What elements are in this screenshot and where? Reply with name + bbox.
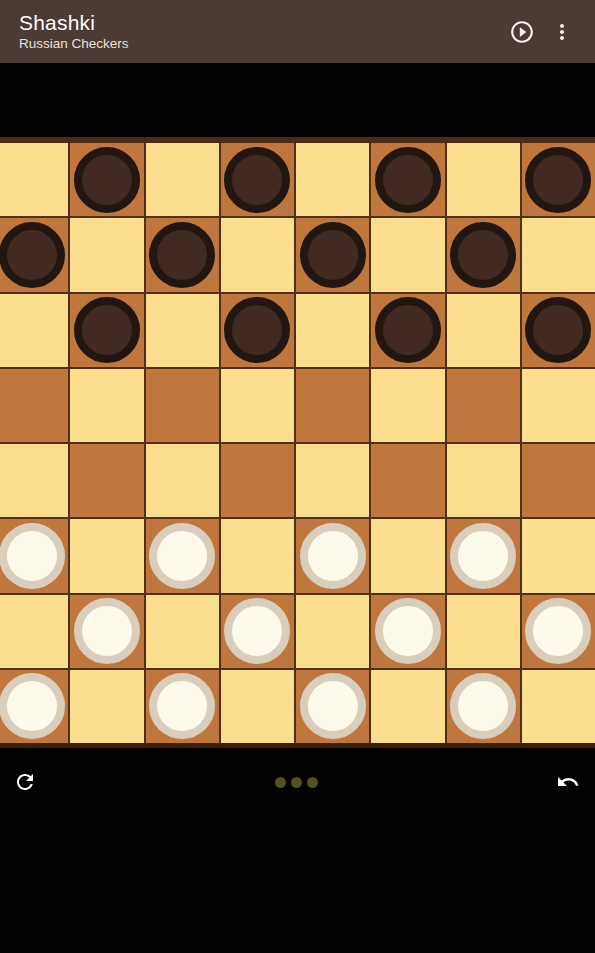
board-square-d6[interactable] xyxy=(221,294,294,367)
app-bar: Shashki Russian Checkers xyxy=(0,0,595,63)
board-square-e4[interactable] xyxy=(296,444,369,517)
board-square-f1[interactable] xyxy=(371,670,444,743)
board-square-h2[interactable] xyxy=(522,595,595,668)
board-square-h7[interactable] xyxy=(522,218,595,291)
board-square-e5[interactable] xyxy=(296,369,369,442)
black-piece[interactable] xyxy=(74,147,140,213)
board-square-c6[interactable] xyxy=(146,294,219,367)
board-square-d8[interactable] xyxy=(221,143,294,216)
black-piece[interactable] xyxy=(375,297,441,363)
bottom-controls xyxy=(0,758,595,806)
board-square-h8[interactable] xyxy=(522,143,595,216)
pager-dot-1 xyxy=(275,777,286,788)
board-square-e2[interactable] xyxy=(296,595,369,668)
board-square-c7[interactable] xyxy=(146,218,219,291)
board-square-g5[interactable] xyxy=(447,369,520,442)
board-square-e8[interactable] xyxy=(296,143,369,216)
white-piece[interactable] xyxy=(149,523,215,589)
board-square-a6[interactable] xyxy=(0,294,68,367)
board-square-f3[interactable] xyxy=(371,519,444,592)
board-square-c1[interactable] xyxy=(146,670,219,743)
board-square-c8[interactable] xyxy=(146,143,219,216)
black-piece[interactable] xyxy=(525,297,591,363)
white-piece[interactable] xyxy=(300,673,366,739)
board-square-h4[interactable] xyxy=(522,444,595,517)
menu-button[interactable] xyxy=(549,19,575,45)
board-square-a3[interactable] xyxy=(0,519,68,592)
white-piece[interactable] xyxy=(300,523,366,589)
top-gap xyxy=(0,63,595,137)
board-square-g7[interactable] xyxy=(447,218,520,291)
board-square-f5[interactable] xyxy=(371,369,444,442)
black-piece[interactable] xyxy=(300,222,366,288)
board-square-b5[interactable] xyxy=(70,369,143,442)
board-square-h1[interactable] xyxy=(522,670,595,743)
board-square-d2[interactable] xyxy=(221,595,294,668)
board-square-g3[interactable] xyxy=(447,519,520,592)
white-piece[interactable] xyxy=(149,673,215,739)
page-subtitle: Russian Checkers xyxy=(19,35,129,52)
board-square-h3[interactable] xyxy=(522,519,595,592)
board-square-c4[interactable] xyxy=(146,444,219,517)
app-bar-titles: Shashki Russian Checkers xyxy=(19,11,129,52)
board-square-g6[interactable] xyxy=(447,294,520,367)
page-indicator xyxy=(275,777,318,788)
black-piece[interactable] xyxy=(375,147,441,213)
board-square-g2[interactable] xyxy=(447,595,520,668)
black-piece[interactable] xyxy=(224,147,290,213)
white-piece[interactable] xyxy=(450,673,516,739)
board-square-b4[interactable] xyxy=(70,444,143,517)
undo-icon xyxy=(556,770,580,794)
black-piece[interactable] xyxy=(74,297,140,363)
checkers-board[interactable] xyxy=(0,143,595,743)
board-square-c2[interactable] xyxy=(146,595,219,668)
board-square-b6[interactable] xyxy=(70,294,143,367)
board-square-d3[interactable] xyxy=(221,519,294,592)
board-square-b1[interactable] xyxy=(70,670,143,743)
black-piece[interactable] xyxy=(224,297,290,363)
pager-dot-3 xyxy=(307,777,318,788)
pager-dot-2 xyxy=(291,777,302,788)
white-piece[interactable] xyxy=(375,598,441,664)
board-square-c3[interactable] xyxy=(146,519,219,592)
board-square-f8[interactable] xyxy=(371,143,444,216)
white-piece[interactable] xyxy=(525,598,591,664)
refresh-rotate-icon xyxy=(13,770,37,794)
board-square-a4[interactable] xyxy=(0,444,68,517)
board-square-a5[interactable] xyxy=(0,369,68,442)
board-square-a2[interactable] xyxy=(0,595,68,668)
controls-right xyxy=(318,769,581,795)
white-piece[interactable] xyxy=(450,523,516,589)
board-square-g8[interactable] xyxy=(447,143,520,216)
board-square-c5[interactable] xyxy=(146,369,219,442)
board-square-a8[interactable] xyxy=(0,143,68,216)
white-piece[interactable] xyxy=(74,598,140,664)
board-square-a7[interactable] xyxy=(0,218,68,291)
undo-button[interactable] xyxy=(555,769,581,795)
board-square-a1[interactable] xyxy=(0,670,68,743)
board-square-d5[interactable] xyxy=(221,369,294,442)
board-square-g4[interactable] xyxy=(447,444,520,517)
board-square-f7[interactable] xyxy=(371,218,444,291)
board-square-e1[interactable] xyxy=(296,670,369,743)
board-square-f6[interactable] xyxy=(371,294,444,367)
white-piece[interactable] xyxy=(0,673,65,739)
black-piece[interactable] xyxy=(149,222,215,288)
board-square-g1[interactable] xyxy=(447,670,520,743)
board-square-b3[interactable] xyxy=(70,519,143,592)
board-square-d4[interactable] xyxy=(221,444,294,517)
board-square-b8[interactable] xyxy=(70,143,143,216)
black-piece[interactable] xyxy=(450,222,516,288)
white-piece[interactable] xyxy=(224,598,290,664)
board-square-h6[interactable] xyxy=(522,294,595,367)
board-square-f2[interactable] xyxy=(371,595,444,668)
white-piece[interactable] xyxy=(0,523,65,589)
board-square-b2[interactable] xyxy=(70,595,143,668)
board-frame xyxy=(0,137,595,748)
board-square-h5[interactable] xyxy=(522,369,595,442)
page-title: Shashki xyxy=(19,11,129,35)
black-piece[interactable] xyxy=(525,147,591,213)
board-square-e3[interactable] xyxy=(296,519,369,592)
board-square-b7[interactable] xyxy=(70,218,143,291)
board-square-e7[interactable] xyxy=(296,218,369,291)
board-square-d1[interactable] xyxy=(221,670,294,743)
play-circle-outline-icon xyxy=(509,19,535,45)
board-square-d7[interactable] xyxy=(221,218,294,291)
board-square-f4[interactable] xyxy=(371,444,444,517)
controls-left xyxy=(12,769,275,795)
play-button[interactable] xyxy=(509,19,535,45)
restart-button[interactable] xyxy=(12,769,38,795)
board-square-e6[interactable] xyxy=(296,294,369,367)
app-bar-actions xyxy=(509,19,575,45)
more-vert-icon xyxy=(550,20,574,44)
black-piece[interactable] xyxy=(0,222,65,288)
